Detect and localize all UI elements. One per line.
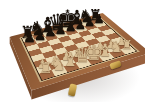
chess-set-photo: ♜♞♝♛♚♝♞♜♟♟♟♟♟♟♟♟♟♟♟♟♟♟♟♟♜♞♝♛♚♝♞♜ <box>0 0 145 108</box>
